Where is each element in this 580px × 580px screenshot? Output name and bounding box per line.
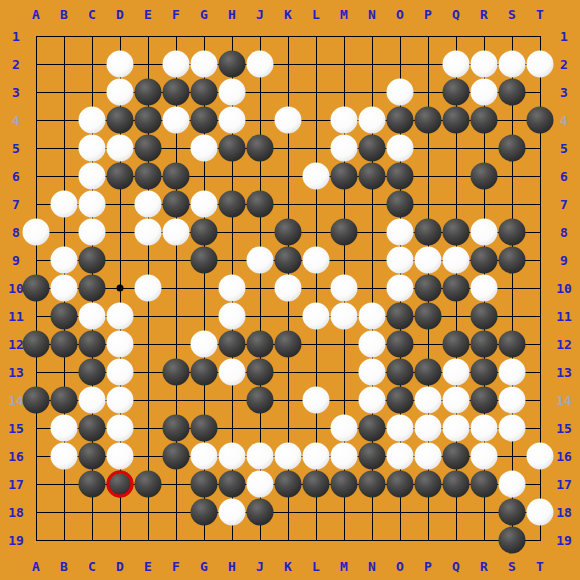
stone-O15[interactable]	[387, 415, 414, 442]
stone-O16[interactable]	[387, 443, 414, 470]
stone-C8[interactable]	[79, 219, 106, 246]
stone-H3[interactable]	[219, 79, 246, 106]
stone-R13[interactable]	[471, 359, 498, 386]
stone-E4[interactable]	[135, 107, 162, 134]
stone-F13[interactable]	[163, 359, 190, 386]
coord-label-right-16: 16	[556, 449, 572, 464]
stone-K9[interactable]	[275, 247, 302, 274]
stone-N11[interactable]	[359, 303, 386, 330]
stone-L17[interactable]	[303, 471, 330, 498]
stone-H5[interactable]	[219, 135, 246, 162]
last-move-marker	[107, 471, 134, 498]
coord-label-right-7: 7	[560, 197, 568, 212]
stone-A12[interactable]	[23, 331, 50, 358]
stone-H12[interactable]	[219, 331, 246, 358]
coord-label-right-17: 17	[556, 477, 572, 492]
stone-P16[interactable]	[415, 443, 442, 470]
coord-label-bottom-A: A	[32, 559, 40, 574]
stone-L6[interactable]	[303, 163, 330, 190]
coord-label-top-M: M	[340, 7, 348, 22]
stone-D15[interactable]	[107, 415, 134, 442]
coord-label-right-4: 4	[560, 113, 568, 128]
coord-label-top-T: T	[536, 7, 544, 22]
stone-B10[interactable]	[51, 275, 78, 302]
stone-O10[interactable]	[387, 275, 414, 302]
stone-D12[interactable]	[107, 331, 134, 358]
stone-G15[interactable]	[191, 415, 218, 442]
stone-M5[interactable]	[331, 135, 358, 162]
stone-N13[interactable]	[359, 359, 386, 386]
coord-label-top-F: F	[172, 7, 180, 22]
coord-label-bottom-J: J	[256, 559, 264, 574]
stone-L11[interactable]	[303, 303, 330, 330]
stone-H16[interactable]	[219, 443, 246, 470]
stone-R12[interactable]	[471, 331, 498, 358]
coord-label-bottom-E: E	[144, 559, 152, 574]
coord-label-top-G: G	[200, 7, 208, 22]
coord-label-right-13: 13	[556, 365, 572, 380]
stone-S13[interactable]	[499, 359, 526, 386]
stone-Q17[interactable]	[443, 471, 470, 498]
stone-H2[interactable]	[219, 51, 246, 78]
stone-O9[interactable]	[387, 247, 414, 274]
stone-D11[interactable]	[107, 303, 134, 330]
stone-O3[interactable]	[387, 79, 414, 106]
stone-G7[interactable]	[191, 191, 218, 218]
coord-label-left-10: 10	[8, 281, 24, 296]
stone-S14[interactable]	[499, 387, 526, 414]
stone-H10[interactable]	[219, 275, 246, 302]
stone-H18[interactable]	[219, 499, 246, 526]
coord-label-bottom-C: C	[88, 559, 96, 574]
stone-P11[interactable]	[415, 303, 442, 330]
coord-label-left-19: 19	[8, 533, 24, 548]
coord-label-bottom-N: N	[368, 559, 376, 574]
stone-S5[interactable]	[499, 135, 526, 162]
stone-F3[interactable]	[163, 79, 190, 106]
stone-F7[interactable]	[163, 191, 190, 218]
stone-S17[interactable]	[499, 471, 526, 498]
stone-J17[interactable]	[247, 471, 274, 498]
stone-H4[interactable]	[219, 107, 246, 134]
coord-label-right-10: 10	[556, 281, 572, 296]
stone-K8[interactable]	[275, 219, 302, 246]
stone-C17[interactable]	[79, 471, 106, 498]
stone-J14[interactable]	[247, 387, 274, 414]
stone-C10[interactable]	[79, 275, 106, 302]
coord-label-left-6: 6	[12, 169, 20, 184]
stone-M11[interactable]	[331, 303, 358, 330]
stone-N17[interactable]	[359, 471, 386, 498]
stone-B15[interactable]	[51, 415, 78, 442]
stone-G13[interactable]	[191, 359, 218, 386]
stone-R9[interactable]	[471, 247, 498, 274]
stone-O12[interactable]	[387, 331, 414, 358]
stone-O8[interactable]	[387, 219, 414, 246]
stone-T4[interactable]	[527, 107, 554, 134]
coord-label-right-15: 15	[556, 421, 572, 436]
stone-C9[interactable]	[79, 247, 106, 274]
stone-M17[interactable]	[331, 471, 358, 498]
grid-line-horizontal	[36, 36, 541, 37]
stone-E10[interactable]	[135, 275, 162, 302]
stone-F6[interactable]	[163, 163, 190, 190]
coord-label-left-3: 3	[12, 85, 20, 100]
stone-B9[interactable]	[51, 247, 78, 274]
coord-label-right-3: 3	[560, 85, 568, 100]
stone-P17[interactable]	[415, 471, 442, 498]
coord-label-bottom-R: R	[480, 559, 488, 574]
coord-label-bottom-F: F	[172, 559, 180, 574]
stone-K10[interactable]	[275, 275, 302, 302]
stone-Q14[interactable]	[443, 387, 470, 414]
stone-F16[interactable]	[163, 443, 190, 470]
coord-label-top-L: L	[312, 7, 320, 22]
stone-K17[interactable]	[275, 471, 302, 498]
stone-T2[interactable]	[527, 51, 554, 78]
coord-label-bottom-O: O	[396, 559, 404, 574]
stone-H11[interactable]	[219, 303, 246, 330]
grid-line-vertical	[512, 36, 513, 541]
coord-label-left-17: 17	[8, 477, 24, 492]
coord-label-top-P: P	[424, 7, 432, 22]
coord-label-left-14: 14	[8, 393, 24, 408]
coord-label-right-9: 9	[560, 253, 568, 268]
stone-J13[interactable]	[247, 359, 274, 386]
stone-T18[interactable]	[527, 499, 554, 526]
stone-O14[interactable]	[387, 387, 414, 414]
stone-J16[interactable]	[247, 443, 274, 470]
stone-N16[interactable]	[359, 443, 386, 470]
stone-C12[interactable]	[79, 331, 106, 358]
coord-label-left-18: 18	[8, 505, 24, 520]
stone-B16[interactable]	[51, 443, 78, 470]
stone-N14[interactable]	[359, 387, 386, 414]
stone-P4[interactable]	[415, 107, 442, 134]
stone-K12[interactable]	[275, 331, 302, 358]
stone-R17[interactable]	[471, 471, 498, 498]
coord-label-top-O: O	[396, 7, 404, 22]
stone-G2[interactable]	[191, 51, 218, 78]
coord-label-right-1: 1	[560, 29, 568, 44]
coord-label-top-H: H	[228, 7, 236, 22]
stone-Q3[interactable]	[443, 79, 470, 106]
stone-H13[interactable]	[219, 359, 246, 386]
coord-label-left-12: 12	[8, 337, 24, 352]
coord-label-right-8: 8	[560, 225, 568, 240]
stone-M6[interactable]	[331, 163, 358, 190]
stone-S3[interactable]	[499, 79, 526, 106]
coord-label-top-J: J	[256, 7, 264, 22]
stone-D2[interactable]	[107, 51, 134, 78]
coord-label-bottom-T: T	[536, 559, 544, 574]
go-board[interactable]: AABBCCDDEEFFGGHHJJKKLLMMNNOOPPQQRRSSTT11…	[0, 0, 580, 580]
stone-N5[interactable]	[359, 135, 386, 162]
coord-label-bottom-G: G	[200, 559, 208, 574]
stone-S18[interactable]	[499, 499, 526, 526]
stone-D6[interactable]	[107, 163, 134, 190]
go-board-screenshot: AABBCCDDEEFFGGHHJJKKLLMMNNOOPPQQRRSSTT11…	[0, 0, 580, 580]
stone-E7[interactable]	[135, 191, 162, 218]
stone-G8[interactable]	[191, 219, 218, 246]
stone-R2[interactable]	[471, 51, 498, 78]
stone-D14[interactable]	[107, 387, 134, 414]
stone-D13[interactable]	[107, 359, 134, 386]
stone-E5[interactable]	[135, 135, 162, 162]
coord-label-left-13: 13	[8, 365, 24, 380]
coord-label-right-14: 14	[556, 393, 572, 408]
stone-Q2[interactable]	[443, 51, 470, 78]
stone-J12[interactable]	[247, 331, 274, 358]
stone-Q12[interactable]	[443, 331, 470, 358]
stone-G16[interactable]	[191, 443, 218, 470]
coord-label-top-K: K	[284, 7, 292, 22]
stone-J5[interactable]	[247, 135, 274, 162]
stone-J7[interactable]	[247, 191, 274, 218]
stone-C15[interactable]	[79, 415, 106, 442]
stone-G5[interactable]	[191, 135, 218, 162]
coord-label-top-S: S	[508, 7, 516, 22]
stone-G17[interactable]	[191, 471, 218, 498]
stone-O5[interactable]	[387, 135, 414, 162]
coord-label-left-15: 15	[8, 421, 24, 436]
stone-S12[interactable]	[499, 331, 526, 358]
stone-C16[interactable]	[79, 443, 106, 470]
stone-Q8[interactable]	[443, 219, 470, 246]
stone-R15[interactable]	[471, 415, 498, 442]
stone-P14[interactable]	[415, 387, 442, 414]
stone-S9[interactable]	[499, 247, 526, 274]
coord-label-left-9: 9	[12, 253, 20, 268]
stone-P13[interactable]	[415, 359, 442, 386]
coord-label-right-19: 19	[556, 533, 572, 548]
coord-label-top-Q: Q	[452, 7, 460, 22]
stone-L16[interactable]	[303, 443, 330, 470]
stone-N6[interactable]	[359, 163, 386, 190]
coord-label-top-A: A	[32, 7, 40, 22]
stone-H17[interactable]	[219, 471, 246, 498]
coord-label-top-B: B	[60, 7, 68, 22]
stone-Q10[interactable]	[443, 275, 470, 302]
stone-R14[interactable]	[471, 387, 498, 414]
coord-label-top-E: E	[144, 7, 152, 22]
stone-S2[interactable]	[499, 51, 526, 78]
stone-R11[interactable]	[471, 303, 498, 330]
stone-R3[interactable]	[471, 79, 498, 106]
stone-S15[interactable]	[499, 415, 526, 442]
coord-label-bottom-H: H	[228, 559, 236, 574]
stone-Q9[interactable]	[443, 247, 470, 274]
grid-line-horizontal	[36, 512, 541, 513]
stone-E17[interactable]	[135, 471, 162, 498]
coord-label-left-7: 7	[12, 197, 20, 212]
coord-label-left-1: 1	[12, 29, 20, 44]
coord-label-right-5: 5	[560, 141, 568, 156]
coord-label-right-11: 11	[556, 309, 572, 324]
stone-C5[interactable]	[79, 135, 106, 162]
stone-T16[interactable]	[527, 443, 554, 470]
coord-label-bottom-L: L	[312, 559, 320, 574]
grid-line-horizontal	[36, 540, 541, 541]
stone-Q16[interactable]	[443, 443, 470, 470]
stone-G9[interactable]	[191, 247, 218, 274]
stone-M4[interactable]	[331, 107, 358, 134]
coord-label-left-16: 16	[8, 449, 24, 464]
stone-F2[interactable]	[163, 51, 190, 78]
stone-C4[interactable]	[79, 107, 106, 134]
stone-O17[interactable]	[387, 471, 414, 498]
stone-Q13[interactable]	[443, 359, 470, 386]
stone-L14[interactable]	[303, 387, 330, 414]
stone-A14[interactable]	[23, 387, 50, 414]
stone-O4[interactable]	[387, 107, 414, 134]
stone-C11[interactable]	[79, 303, 106, 330]
stone-A8[interactable]	[23, 219, 50, 246]
stone-O11[interactable]	[387, 303, 414, 330]
stone-M8[interactable]	[331, 219, 358, 246]
coord-label-left-11: 11	[8, 309, 24, 324]
stone-F15[interactable]	[163, 415, 190, 442]
stone-G18[interactable]	[191, 499, 218, 526]
coord-label-bottom-M: M	[340, 559, 348, 574]
stone-F8[interactable]	[163, 219, 190, 246]
stone-B7[interactable]	[51, 191, 78, 218]
stone-E3[interactable]	[135, 79, 162, 106]
coord-label-left-4: 4	[12, 113, 20, 128]
stone-R8[interactable]	[471, 219, 498, 246]
stone-G12[interactable]	[191, 331, 218, 358]
stone-C14[interactable]	[79, 387, 106, 414]
coord-label-left-5: 5	[12, 141, 20, 156]
stone-C6[interactable]	[79, 163, 106, 190]
stone-K16[interactable]	[275, 443, 302, 470]
coord-label-right-18: 18	[556, 505, 572, 520]
coord-label-bottom-K: K	[284, 559, 292, 574]
stone-N12[interactable]	[359, 331, 386, 358]
stone-E8[interactable]	[135, 219, 162, 246]
stone-B14[interactable]	[51, 387, 78, 414]
stone-G3[interactable]	[191, 79, 218, 106]
stone-P9[interactable]	[415, 247, 442, 274]
stone-R4[interactable]	[471, 107, 498, 134]
stone-J9[interactable]	[247, 247, 274, 274]
stone-N4[interactable]	[359, 107, 386, 134]
coord-label-top-C: C	[88, 7, 96, 22]
stone-M10[interactable]	[331, 275, 358, 302]
coord-label-bottom-S: S	[508, 559, 516, 574]
coord-label-bottom-B: B	[60, 559, 68, 574]
stone-J2[interactable]	[247, 51, 274, 78]
stone-M15[interactable]	[331, 415, 358, 442]
stone-C7[interactable]	[79, 191, 106, 218]
stone-D3[interactable]	[107, 79, 134, 106]
coord-label-bottom-Q: Q	[452, 559, 460, 574]
stone-H7[interactable]	[219, 191, 246, 218]
stone-M16[interactable]	[331, 443, 358, 470]
stone-J18[interactable]	[247, 499, 274, 526]
stone-B12[interactable]	[51, 331, 78, 358]
stone-P10[interactable]	[415, 275, 442, 302]
stone-O7[interactable]	[387, 191, 414, 218]
stone-O13[interactable]	[387, 359, 414, 386]
stone-D5[interactable]	[107, 135, 134, 162]
coord-label-top-D: D	[116, 7, 124, 22]
stone-P8[interactable]	[415, 219, 442, 246]
stone-A10[interactable]	[23, 275, 50, 302]
coord-label-left-2: 2	[12, 57, 20, 72]
stone-S19[interactable]	[499, 527, 526, 554]
stone-R16[interactable]	[471, 443, 498, 470]
coord-label-top-R: R	[480, 7, 488, 22]
stone-E6[interactable]	[135, 163, 162, 190]
stone-K4[interactable]	[275, 107, 302, 134]
coord-label-bottom-P: P	[424, 559, 432, 574]
stone-N15[interactable]	[359, 415, 386, 442]
stone-D16[interactable]	[107, 443, 134, 470]
coord-label-bottom-D: D	[116, 559, 124, 574]
coord-label-left-8: 8	[12, 225, 20, 240]
stone-L9[interactable]	[303, 247, 330, 274]
stone-O6[interactable]	[387, 163, 414, 190]
grid-line-horizontal	[36, 204, 541, 205]
stone-B11[interactable]	[51, 303, 78, 330]
coord-label-top-N: N	[368, 7, 376, 22]
coord-label-right-12: 12	[556, 337, 572, 352]
stone-R6[interactable]	[471, 163, 498, 190]
stone-D4[interactable]	[107, 107, 134, 134]
coord-label-right-2: 2	[560, 57, 568, 72]
stone-F4[interactable]	[163, 107, 190, 134]
stone-P15[interactable]	[415, 415, 442, 442]
stone-Q15[interactable]	[443, 415, 470, 442]
stone-R10[interactable]	[471, 275, 498, 302]
stone-Q4[interactable]	[443, 107, 470, 134]
stone-G4[interactable]	[191, 107, 218, 134]
star-point-D10	[117, 285, 124, 292]
stone-C13[interactable]	[79, 359, 106, 386]
stone-S8[interactable]	[499, 219, 526, 246]
coord-label-right-6: 6	[560, 169, 568, 184]
